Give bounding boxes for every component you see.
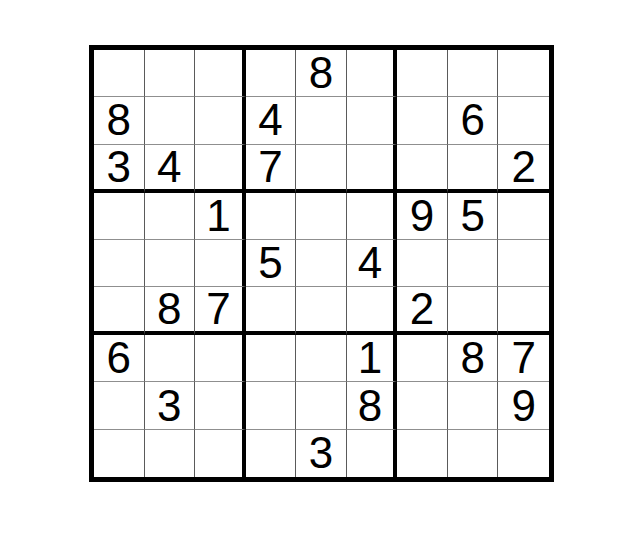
cell-r4c9[interactable]	[498, 193, 549, 240]
cell-r7c7[interactable]	[397, 335, 448, 382]
cell-r3c9[interactable]: 2	[498, 145, 549, 193]
cell-r8c9[interactable]: 9	[498, 382, 549, 429]
cell-r3c4[interactable]: 7	[246, 145, 297, 193]
cell-r9c5[interactable]: 3	[296, 430, 347, 477]
cell-r8c3[interactable]	[195, 382, 246, 429]
given-digit: 4	[358, 241, 382, 285]
cell-r2c6[interactable]	[347, 97, 398, 144]
cell-r8c7[interactable]	[397, 382, 448, 429]
cell-r9c6[interactable]	[347, 430, 398, 477]
cell-r5c7[interactable]	[397, 240, 448, 287]
given-digit: 1	[358, 336, 382, 380]
cell-r7c3[interactable]	[195, 335, 246, 382]
cell-r7c5[interactable]	[296, 335, 347, 382]
cell-r5c6[interactable]: 4	[347, 240, 398, 287]
cell-r2c1[interactable]: 8	[94, 97, 145, 144]
given-digit: 5	[460, 194, 484, 238]
cell-r6c4[interactable]	[246, 287, 297, 335]
cell-r4c8[interactable]: 5	[448, 193, 499, 240]
cell-r5c3[interactable]	[195, 240, 246, 287]
cell-r6c5[interactable]	[296, 287, 347, 335]
cell-r3c8[interactable]	[448, 145, 499, 193]
given-digit: 3	[309, 431, 333, 475]
cell-r4c4[interactable]	[246, 193, 297, 240]
cell-r1c7[interactable]	[397, 50, 448, 97]
cell-r3c3[interactable]	[195, 145, 246, 193]
given-digit: 2	[511, 145, 535, 189]
cell-r1c1[interactable]	[94, 50, 145, 97]
cell-r8c6[interactable]: 8	[347, 382, 398, 429]
cell-r6c6[interactable]	[347, 287, 398, 335]
cell-r6c7[interactable]: 2	[397, 287, 448, 335]
cell-r3c6[interactable]	[347, 145, 398, 193]
cell-r6c1[interactable]	[94, 287, 145, 335]
cell-r2c8[interactable]: 6	[448, 97, 499, 144]
page: 884634721955487261873893	[0, 0, 640, 540]
cell-r8c8[interactable]	[448, 382, 499, 429]
cell-r1c2[interactable]	[145, 50, 196, 97]
cell-r1c6[interactable]	[347, 50, 398, 97]
cell-r1c8[interactable]	[448, 50, 499, 97]
cell-r5c1[interactable]	[94, 240, 145, 287]
cell-r7c6[interactable]: 1	[347, 335, 398, 382]
cell-r3c5[interactable]	[296, 145, 347, 193]
cell-r1c3[interactable]	[195, 50, 246, 97]
cell-r2c9[interactable]	[498, 97, 549, 144]
cell-r6c2[interactable]: 8	[145, 287, 196, 335]
cell-r8c4[interactable]	[246, 382, 297, 429]
cell-r3c7[interactable]	[397, 145, 448, 193]
given-digit: 7	[258, 145, 282, 189]
cell-r1c4[interactable]	[246, 50, 297, 97]
cell-r8c2[interactable]: 3	[145, 382, 196, 429]
given-digit: 4	[157, 145, 181, 189]
cell-r7c4[interactable]	[246, 335, 297, 382]
given-digit: 3	[157, 384, 181, 428]
cell-r4c5[interactable]	[296, 193, 347, 240]
cell-r7c1[interactable]: 6	[94, 335, 145, 382]
cell-r6c3[interactable]: 7	[195, 287, 246, 335]
given-digit: 3	[107, 145, 131, 189]
given-digit: 9	[511, 384, 535, 428]
cell-r9c4[interactable]	[246, 430, 297, 477]
cell-r4c3[interactable]: 1	[195, 193, 246, 240]
cell-r2c3[interactable]	[195, 97, 246, 144]
cell-r5c4[interactable]: 5	[246, 240, 297, 287]
given-digit: 2	[410, 287, 434, 331]
cell-r5c5[interactable]	[296, 240, 347, 287]
cell-r9c9[interactable]	[498, 430, 549, 477]
given-digit: 7	[206, 287, 230, 331]
given-digit: 4	[258, 98, 282, 142]
cell-r2c7[interactable]	[397, 97, 448, 144]
given-digit: 5	[258, 241, 282, 285]
cell-r9c7[interactable]	[397, 430, 448, 477]
cell-r1c9[interactable]	[498, 50, 549, 97]
cell-r5c2[interactable]	[145, 240, 196, 287]
cell-r9c1[interactable]	[94, 430, 145, 477]
given-digit: 8	[460, 336, 484, 380]
cell-r5c9[interactable]	[498, 240, 549, 287]
given-digit: 8	[358, 384, 382, 428]
given-digit: 8	[107, 98, 131, 142]
cell-r4c6[interactable]	[347, 193, 398, 240]
cell-r6c9[interactable]	[498, 287, 549, 335]
cell-r3c1[interactable]: 3	[94, 145, 145, 193]
cell-r9c2[interactable]	[145, 430, 196, 477]
given-digit: 1	[206, 194, 230, 238]
cell-r8c5[interactable]	[296, 382, 347, 429]
sudoku-board: 884634721955487261873893	[89, 45, 554, 482]
cell-r1c5[interactable]: 8	[296, 50, 347, 97]
given-digit: 8	[157, 287, 181, 331]
cell-r4c7[interactable]: 9	[397, 193, 448, 240]
cell-r7c9[interactable]: 7	[498, 335, 549, 382]
given-digit: 7	[511, 336, 535, 380]
cell-r5c8[interactable]	[448, 240, 499, 287]
cell-r2c4[interactable]: 4	[246, 97, 297, 144]
cell-r2c5[interactable]	[296, 97, 347, 144]
cell-r9c8[interactable]	[448, 430, 499, 477]
cell-r2c2[interactable]	[145, 97, 196, 144]
cell-r6c8[interactable]	[448, 287, 499, 335]
cell-r4c2[interactable]	[145, 193, 196, 240]
given-digit: 6	[460, 98, 484, 142]
cell-r7c8[interactable]: 8	[448, 335, 499, 382]
given-digit: 9	[410, 194, 434, 238]
cell-r9c3[interactable]	[195, 430, 246, 477]
cell-r4c1[interactable]	[94, 193, 145, 240]
cell-r8c1[interactable]	[94, 382, 145, 429]
given-digit: 8	[309, 51, 333, 95]
cell-r3c2[interactable]: 4	[145, 145, 196, 193]
given-digit: 6	[107, 336, 131, 380]
cell-r7c2[interactable]	[145, 335, 196, 382]
